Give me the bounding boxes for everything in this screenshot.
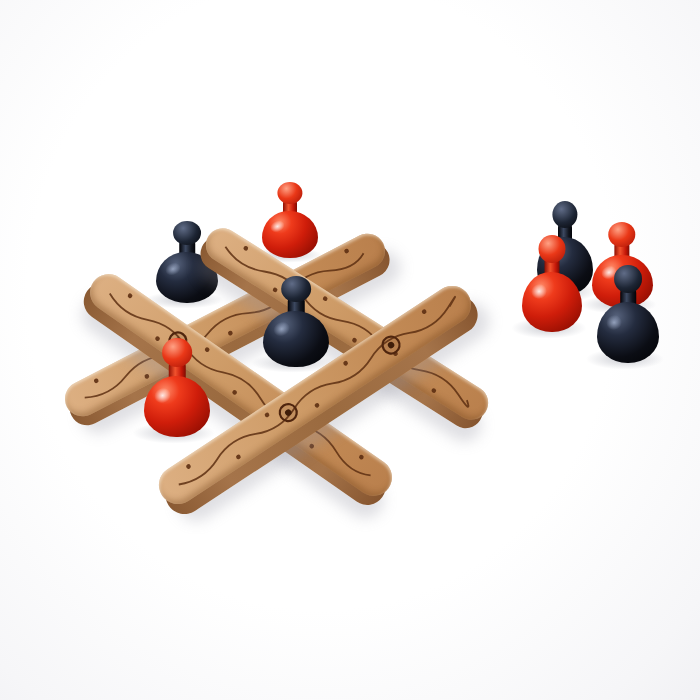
pawn-head [608,222,635,247]
tic-tac-toe-grid [0,151,582,526]
pawn-body [522,272,582,332]
pawn-head [552,201,577,228]
pawn-head [539,235,566,263]
pawn-body [597,302,659,363]
reserve-pawn-red-1[interactable] [522,235,582,332]
board-photo-scene [0,0,700,700]
reserve-pawn-black-3[interactable] [597,265,659,363]
pawn-head [614,265,642,293]
